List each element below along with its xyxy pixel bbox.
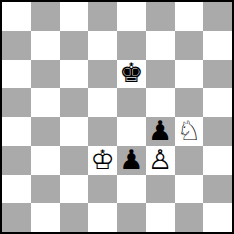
square-c7[interactable] (60, 31, 89, 60)
square-f5[interactable] (146, 88, 175, 117)
square-b7[interactable] (31, 31, 60, 60)
square-d2[interactable] (88, 175, 117, 204)
square-a7[interactable] (2, 31, 31, 60)
square-h8[interactable] (203, 2, 232, 31)
piece-black-king: ♚ (119, 60, 143, 87)
square-c3[interactable] (60, 146, 89, 175)
square-g3[interactable] (175, 146, 204, 175)
square-b5[interactable] (31, 88, 60, 117)
square-h4[interactable] (203, 117, 232, 146)
square-f3[interactable]: ♙ (146, 146, 175, 175)
square-h6[interactable] (203, 60, 232, 89)
square-g5[interactable] (175, 88, 204, 117)
square-c4[interactable] (60, 117, 89, 146)
square-h7[interactable] (203, 31, 232, 60)
square-d6[interactable] (88, 60, 117, 89)
chessboard: ♚♟♘♔♟♙ (0, 0, 234, 234)
piece-white-pawn: ♙ (148, 146, 172, 173)
square-b1[interactable] (31, 203, 60, 232)
square-b4[interactable] (31, 117, 60, 146)
square-d3[interactable]: ♔ (88, 146, 117, 175)
square-e4[interactable] (117, 117, 146, 146)
square-g7[interactable] (175, 31, 204, 60)
square-f8[interactable] (146, 2, 175, 31)
square-a3[interactable] (2, 146, 31, 175)
square-b3[interactable] (31, 146, 60, 175)
square-b8[interactable] (31, 2, 60, 31)
square-a4[interactable] (2, 117, 31, 146)
piece-white-knight: ♘ (177, 117, 201, 144)
square-e6[interactable]: ♚ (117, 60, 146, 89)
square-a1[interactable] (2, 203, 31, 232)
piece-black-pawn: ♟ (119, 146, 143, 173)
square-g2[interactable] (175, 175, 204, 204)
square-c2[interactable] (60, 175, 89, 204)
square-g8[interactable] (175, 2, 204, 31)
square-e3[interactable]: ♟ (117, 146, 146, 175)
square-f6[interactable] (146, 60, 175, 89)
square-d4[interactable] (88, 117, 117, 146)
square-a8[interactable] (2, 2, 31, 31)
square-g4[interactable]: ♘ (175, 117, 204, 146)
square-e5[interactable] (117, 88, 146, 117)
square-h1[interactable] (203, 203, 232, 232)
square-d1[interactable] (88, 203, 117, 232)
square-a2[interactable] (2, 175, 31, 204)
square-g1[interactable] (175, 203, 204, 232)
square-c8[interactable] (60, 2, 89, 31)
square-e1[interactable] (117, 203, 146, 232)
piece-black-pawn: ♟ (148, 117, 172, 144)
square-a6[interactable] (2, 60, 31, 89)
square-g6[interactable] (175, 60, 204, 89)
square-f2[interactable] (146, 175, 175, 204)
square-h2[interactable] (203, 175, 232, 204)
square-f4[interactable]: ♟ (146, 117, 175, 146)
square-f1[interactable] (146, 203, 175, 232)
square-e7[interactable] (117, 31, 146, 60)
square-a5[interactable] (2, 88, 31, 117)
square-h3[interactable] (203, 146, 232, 175)
square-d8[interactable] (88, 2, 117, 31)
square-c5[interactable] (60, 88, 89, 117)
board-grid: ♚♟♘♔♟♙ (2, 2, 232, 232)
square-d7[interactable] (88, 31, 117, 60)
square-e8[interactable] (117, 2, 146, 31)
piece-white-king: ♔ (91, 146, 115, 173)
square-e2[interactable] (117, 175, 146, 204)
square-c1[interactable] (60, 203, 89, 232)
square-h5[interactable] (203, 88, 232, 117)
square-b6[interactable] (31, 60, 60, 89)
square-c6[interactable] (60, 60, 89, 89)
square-b2[interactable] (31, 175, 60, 204)
square-f7[interactable] (146, 31, 175, 60)
square-d5[interactable] (88, 88, 117, 117)
